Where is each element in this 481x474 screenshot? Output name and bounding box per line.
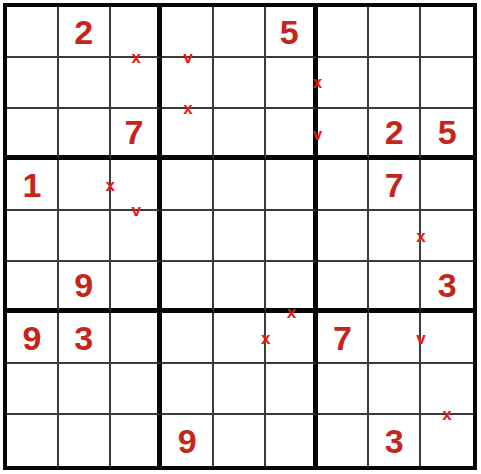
cell-r6c8[interactable] <box>369 262 421 313</box>
given-digit: 1 <box>22 168 41 202</box>
cell-r5c2[interactable] <box>59 211 111 262</box>
cell-r5c5[interactable] <box>214 211 266 262</box>
cell-r1c7[interactable] <box>318 7 370 58</box>
cell-r7c9[interactable] <box>421 313 473 364</box>
given-digit: 9 <box>74 268 93 302</box>
cell-r3c7[interactable] <box>318 109 370 160</box>
cell-r9c6[interactable] <box>266 415 318 466</box>
cell-r2c6[interactable] <box>266 58 318 109</box>
cell-r8c9[interactable] <box>421 364 473 415</box>
cell-r5c7[interactable] <box>318 211 370 262</box>
cell-r5c9[interactable] <box>421 211 473 262</box>
given-digit: 2 <box>385 115 404 149</box>
cell-r2c9[interactable] <box>421 58 473 109</box>
cell-r2c5[interactable] <box>214 58 266 109</box>
cell-r6c1[interactable] <box>7 262 59 313</box>
cell-r4c1[interactable]: 1 <box>7 160 59 211</box>
cell-r3c6[interactable] <box>266 109 318 160</box>
cell-r1c4[interactable] <box>162 7 214 58</box>
cell-r4c4[interactable] <box>162 160 214 211</box>
cell-r6c7[interactable] <box>318 262 370 313</box>
cell-r7c8[interactable] <box>369 313 421 364</box>
cell-r8c8[interactable] <box>369 364 421 415</box>
cell-r7c4[interactable] <box>162 313 214 364</box>
given-digit: 3 <box>385 424 404 458</box>
cell-r4c8[interactable]: 7 <box>369 160 421 211</box>
cell-r6c4[interactable] <box>162 262 214 313</box>
cell-r2c8[interactable] <box>369 58 421 109</box>
cell-r8c5[interactable] <box>214 364 266 415</box>
cell-r6c5[interactable] <box>214 262 266 313</box>
cell-r1c8[interactable] <box>369 7 421 58</box>
cell-r8c3[interactable] <box>111 364 163 415</box>
cell-r9c3[interactable] <box>111 415 163 466</box>
given-digit: 5 <box>280 15 299 49</box>
puzzle-page: xvxxvxvxxxvx 25725179393793 <box>0 0 481 474</box>
cell-r7c1[interactable]: 9 <box>7 313 59 364</box>
cell-r7c2[interactable]: 3 <box>59 313 111 364</box>
given-digit: 7 <box>124 115 143 149</box>
given-digit: 3 <box>438 268 457 302</box>
cell-r4c7[interactable] <box>318 160 370 211</box>
cell-r4c3[interactable] <box>111 160 163 211</box>
cell-r4c9[interactable] <box>421 160 473 211</box>
cell-r3c2[interactable] <box>59 109 111 160</box>
cell-r7c7[interactable]: 7 <box>318 313 370 364</box>
cell-r7c3[interactable] <box>111 313 163 364</box>
cell-r1c3[interactable] <box>111 7 163 58</box>
cell-r6c2[interactable]: 9 <box>59 262 111 313</box>
given-digit: 2 <box>74 15 93 49</box>
cell-r4c6[interactable] <box>266 160 318 211</box>
given-digit: 7 <box>333 321 352 355</box>
cell-r4c2[interactable] <box>59 160 111 211</box>
cell-r1c5[interactable] <box>214 7 266 58</box>
cell-r5c3[interactable] <box>111 211 163 262</box>
cell-r9c8[interactable]: 3 <box>369 415 421 466</box>
cell-r7c6[interactable] <box>266 313 318 364</box>
cell-r1c9[interactable] <box>421 7 473 58</box>
cell-r9c1[interactable] <box>7 415 59 466</box>
cell-r6c6[interactable] <box>266 262 318 313</box>
cell-r9c9[interactable] <box>421 415 473 466</box>
cell-r1c1[interactable] <box>7 7 59 58</box>
given-digit: 3 <box>74 321 93 355</box>
cell-r5c4[interactable] <box>162 211 214 262</box>
cell-r6c3[interactable] <box>111 262 163 313</box>
cell-r3c8[interactable]: 2 <box>369 109 421 160</box>
cell-r3c5[interactable] <box>214 109 266 160</box>
given-digit: 9 <box>178 424 197 458</box>
cell-r2c1[interactable] <box>7 58 59 109</box>
given-digit: 5 <box>438 115 457 149</box>
cell-r9c5[interactable] <box>214 415 266 466</box>
cell-r9c2[interactable] <box>59 415 111 466</box>
cell-r1c6[interactable]: 5 <box>266 7 318 58</box>
cell-r2c2[interactable] <box>59 58 111 109</box>
cell-r3c1[interactable] <box>7 109 59 160</box>
cell-r2c4[interactable] <box>162 58 214 109</box>
cell-r8c4[interactable] <box>162 364 214 415</box>
cell-r3c3[interactable]: 7 <box>111 109 163 160</box>
given-digit: 9 <box>22 321 41 355</box>
cell-r2c3[interactable] <box>111 58 163 109</box>
cell-r8c6[interactable] <box>266 364 318 415</box>
cell-r8c7[interactable] <box>318 364 370 415</box>
given-digit: 7 <box>385 168 404 202</box>
cell-r7c5[interactable] <box>214 313 266 364</box>
cell-r8c1[interactable] <box>7 364 59 415</box>
cell-r6c9[interactable]: 3 <box>421 262 473 313</box>
cell-r2c7[interactable] <box>318 58 370 109</box>
cell-r3c9[interactable]: 5 <box>421 109 473 160</box>
cell-r4c5[interactable] <box>214 160 266 211</box>
cell-r5c1[interactable] <box>7 211 59 262</box>
cell-r5c8[interactable] <box>369 211 421 262</box>
cell-r9c7[interactable] <box>318 415 370 466</box>
cell-r3c4[interactable] <box>162 109 214 160</box>
cell-r9c4[interactable]: 9 <box>162 415 214 466</box>
sudoku-board: xvxxvxvxxxvx 25725179393793 <box>3 3 477 470</box>
cell-r5c6[interactable] <box>266 211 318 262</box>
cell-r8c2[interactable] <box>59 364 111 415</box>
cell-r1c2[interactable]: 2 <box>59 7 111 58</box>
